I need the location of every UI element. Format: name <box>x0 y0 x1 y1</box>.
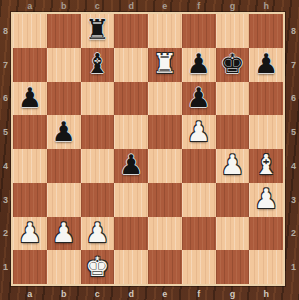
file-label-bottom-e: e <box>148 289 182 299</box>
square-b1[interactable] <box>47 250 81 284</box>
square-f2[interactable] <box>182 217 216 251</box>
file-label-top-d: d <box>114 1 148 11</box>
piece-white-pawn-c2[interactable]: ♟ <box>85 219 109 246</box>
square-h7[interactable]: ♟ <box>249 48 283 82</box>
square-e1[interactable] <box>148 250 182 284</box>
piece-black-pawn-d4[interactable]: ♟ <box>119 151 143 178</box>
square-b7[interactable] <box>47 48 81 82</box>
piece-black-pawn-a6[interactable]: ♟ <box>18 84 42 111</box>
rank-label-left-2: 2 <box>3 217 8 251</box>
square-a3[interactable] <box>13 183 47 217</box>
square-a6[interactable]: ♟ <box>13 82 47 116</box>
square-c6[interactable] <box>81 82 115 116</box>
file-label-bottom-g: g <box>216 289 250 299</box>
square-d7[interactable] <box>114 48 148 82</box>
file-labels-top: abcdefgh <box>13 0 283 12</box>
file-label-top-h: h <box>249 1 283 11</box>
square-a5[interactable] <box>13 115 47 149</box>
piece-white-pawn-g4[interactable]: ♟ <box>220 151 244 178</box>
rank-label-right-2: 2 <box>291 217 296 251</box>
square-d8[interactable] <box>114 14 148 48</box>
square-e2[interactable] <box>148 217 182 251</box>
square-e4[interactable] <box>148 149 182 183</box>
square-a4[interactable] <box>13 149 47 183</box>
square-c1[interactable]: ♚ <box>81 250 115 284</box>
square-c2[interactable]: ♟ <box>81 217 115 251</box>
square-b5[interactable]: ♟ <box>47 115 81 149</box>
file-label-top-c: c <box>81 1 115 11</box>
piece-white-pawn-b2[interactable]: ♟ <box>52 219 76 246</box>
file-label-top-f: f <box>182 1 216 11</box>
rank-label-right-6: 6 <box>291 82 296 116</box>
piece-black-rook-c8[interactable]: ♜ <box>85 16 109 43</box>
square-h3[interactable]: ♟ <box>249 183 283 217</box>
square-f4[interactable] <box>182 149 216 183</box>
rank-label-left-6: 6 <box>3 82 8 116</box>
piece-black-king-g7[interactable]: ♚ <box>220 50 244 77</box>
rank-label-left-1: 1 <box>3 250 8 284</box>
square-d2[interactable] <box>114 217 148 251</box>
piece-black-pawn-f6[interactable]: ♟ <box>187 84 211 111</box>
square-a7[interactable] <box>13 48 47 82</box>
piece-black-pawn-b5[interactable]: ♟ <box>52 118 76 145</box>
square-c5[interactable] <box>81 115 115 149</box>
square-f8[interactable] <box>182 14 216 48</box>
piece-black-bishop-c7[interactable]: ♝ <box>85 50 109 77</box>
square-a1[interactable] <box>13 250 47 284</box>
file-label-bottom-b: b <box>47 289 81 299</box>
rank-label-right-1: 1 <box>291 250 296 284</box>
rank-label-right-4: 4 <box>291 149 296 183</box>
piece-white-king-c1[interactable]: ♚ <box>85 253 109 280</box>
square-c4[interactable] <box>81 149 115 183</box>
chess-board: ♜♝♜♟♚♟♟♟♟♟♟♟♝♟♟♟♟♚ <box>11 12 285 286</box>
square-d4[interactable]: ♟ <box>114 149 148 183</box>
rank-label-left-4: 4 <box>3 149 8 183</box>
piece-white-pawn-h3[interactable]: ♟ <box>254 185 278 212</box>
square-d5[interactable] <box>114 115 148 149</box>
file-label-top-e: e <box>148 1 182 11</box>
piece-black-pawn-h7[interactable]: ♟ <box>254 50 278 77</box>
rank-label-right-8: 8 <box>291 14 296 48</box>
square-d1[interactable] <box>114 250 148 284</box>
square-h5[interactable] <box>249 115 283 149</box>
rank-label-right-5: 5 <box>291 115 296 149</box>
square-b3[interactable] <box>47 183 81 217</box>
square-c8[interactable]: ♜ <box>81 14 115 48</box>
file-label-bottom-c: c <box>81 289 115 299</box>
square-g6[interactable] <box>216 82 250 116</box>
rank-label-left-5: 5 <box>3 115 8 149</box>
square-f3[interactable] <box>182 183 216 217</box>
square-e8[interactable] <box>148 14 182 48</box>
square-c7[interactable]: ♝ <box>81 48 115 82</box>
square-f7[interactable]: ♟ <box>182 48 216 82</box>
file-label-top-g: g <box>216 1 250 11</box>
file-label-top-b: b <box>47 1 81 11</box>
file-label-bottom-f: f <box>182 289 216 299</box>
file-label-bottom-h: h <box>249 289 283 299</box>
square-g8[interactable] <box>216 14 250 48</box>
square-b4[interactable] <box>47 149 81 183</box>
square-g2[interactable] <box>216 217 250 251</box>
file-label-top-a: a <box>13 1 47 11</box>
file-label-bottom-a: a <box>13 289 47 299</box>
square-g7[interactable]: ♚ <box>216 48 250 82</box>
square-f6[interactable]: ♟ <box>182 82 216 116</box>
square-h6[interactable] <box>249 82 283 116</box>
square-h8[interactable] <box>249 14 283 48</box>
square-b6[interactable] <box>47 82 81 116</box>
file-label-bottom-d: d <box>114 289 148 299</box>
square-h2[interactable] <box>249 217 283 251</box>
piece-white-pawn-a2[interactable]: ♟ <box>18 219 42 246</box>
square-e7[interactable]: ♜ <box>148 48 182 82</box>
square-h4[interactable]: ♝ <box>249 149 283 183</box>
square-g3[interactable] <box>216 183 250 217</box>
rank-label-right-7: 7 <box>291 48 296 82</box>
square-b2[interactable]: ♟ <box>47 217 81 251</box>
piece-black-pawn-f7[interactable]: ♟ <box>187 50 211 77</box>
square-a8[interactable] <box>13 14 47 48</box>
file-labels-bottom: abcdefgh <box>13 287 283 300</box>
rank-label-left-8: 8 <box>3 14 8 48</box>
square-e6[interactable] <box>148 82 182 116</box>
square-e3[interactable] <box>148 183 182 217</box>
piece-white-bishop-h4[interactable]: ♝ <box>254 151 278 178</box>
square-d6[interactable] <box>114 82 148 116</box>
square-h1[interactable] <box>249 250 283 284</box>
square-f5[interactable]: ♟ <box>182 115 216 149</box>
rank-label-left-3: 3 <box>3 183 8 217</box>
square-e5[interactable] <box>148 115 182 149</box>
square-g1[interactable] <box>216 250 250 284</box>
chess-board-window: abcdefgh 87654321 ♜♝♜♟♚♟♟♟♟♟♟♟♝♟♟♟♟♚ 876… <box>0 0 299 300</box>
rank-label-right-3: 3 <box>291 183 296 217</box>
square-c3[interactable] <box>81 183 115 217</box>
square-d3[interactable] <box>114 183 148 217</box>
square-b8[interactable] <box>47 14 81 48</box>
rank-labels-left: 87654321 <box>0 14 11 284</box>
rank-label-left-7: 7 <box>3 48 8 82</box>
square-g5[interactable] <box>216 115 250 149</box>
piece-white-rook-e7[interactable]: ♜ <box>153 50 177 77</box>
piece-white-pawn-f5[interactable]: ♟ <box>187 118 211 145</box>
square-a2[interactable]: ♟ <box>13 217 47 251</box>
square-f1[interactable] <box>182 250 216 284</box>
square-g4[interactable]: ♟ <box>216 149 250 183</box>
rank-labels-right: 87654321 <box>288 14 299 284</box>
